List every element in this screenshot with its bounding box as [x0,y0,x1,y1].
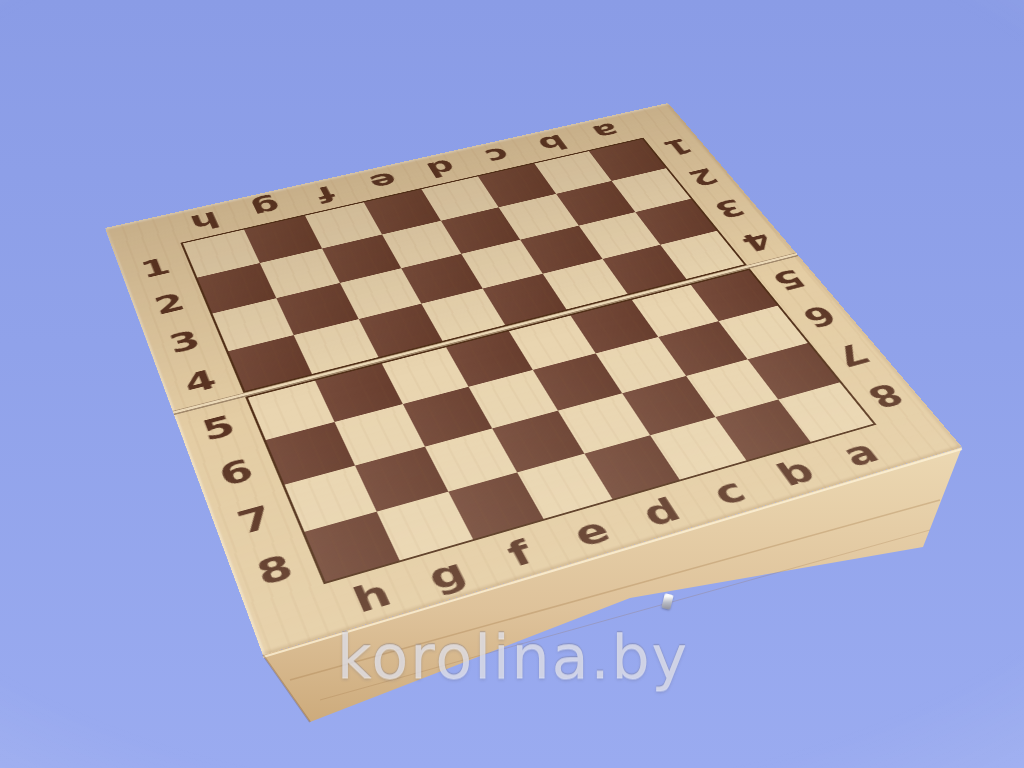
product-photo-scene: hgfedcba 1234 1234 5678 5678 hgfedcba ko… [0,0,1024,768]
watermark: korolina.by [337,622,689,692]
